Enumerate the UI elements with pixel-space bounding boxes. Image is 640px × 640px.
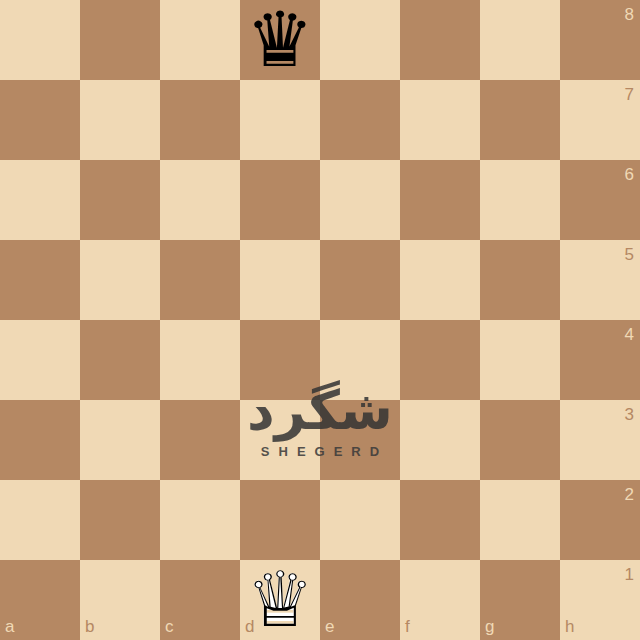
square-b2[interactable] (80, 480, 160, 560)
square-d3[interactable] (240, 400, 320, 480)
square-f2[interactable] (400, 480, 480, 560)
rank-label-4: 4 (625, 326, 634, 343)
square-h5[interactable]: 5 (560, 240, 640, 320)
square-g4[interactable] (480, 320, 560, 400)
square-d2[interactable] (240, 480, 320, 560)
file-label-b: b (85, 618, 94, 635)
square-a2[interactable] (0, 480, 80, 560)
square-h8[interactable]: 8 (560, 0, 640, 80)
square-h3[interactable]: 3 (560, 400, 640, 480)
square-e3[interactable] (320, 400, 400, 480)
file-label-h: h (565, 618, 574, 635)
square-a7[interactable] (0, 80, 80, 160)
square-b8[interactable] (80, 0, 160, 80)
square-a3[interactable] (0, 400, 80, 480)
square-c7[interactable] (160, 80, 240, 160)
square-d1[interactable]: d♛♕ (240, 560, 320, 640)
square-b1[interactable]: b (80, 560, 160, 640)
square-a4[interactable] (0, 320, 80, 400)
file-label-a: a (5, 618, 14, 635)
black-queen-icon[interactable]: ♛ (240, 0, 320, 80)
file-label-c: c (165, 618, 174, 635)
square-a8[interactable] (0, 0, 80, 80)
rank-label-7: 7 (625, 86, 634, 103)
square-g2[interactable] (480, 480, 560, 560)
square-e7[interactable] (320, 80, 400, 160)
square-c6[interactable] (160, 160, 240, 240)
square-f8[interactable] (400, 0, 480, 80)
square-h2[interactable]: 2 (560, 480, 640, 560)
square-d8[interactable]: ♛ (240, 0, 320, 80)
file-label-g: g (485, 618, 494, 635)
square-e2[interactable] (320, 480, 400, 560)
square-f1[interactable]: f (400, 560, 480, 640)
file-label-f: f (405, 618, 410, 635)
square-f7[interactable] (400, 80, 480, 160)
rank-label-8: 8 (625, 6, 634, 23)
square-b4[interactable] (80, 320, 160, 400)
square-d4[interactable] (240, 320, 320, 400)
rank-label-5: 5 (625, 246, 634, 263)
square-g8[interactable] (480, 0, 560, 80)
rank-label-2: 2 (625, 486, 634, 503)
square-d5[interactable] (240, 240, 320, 320)
square-f4[interactable] (400, 320, 480, 400)
rank-label-6: 6 (625, 166, 634, 183)
black-queen-glyph: ♛ (240, 0, 320, 80)
square-e1[interactable]: e (320, 560, 400, 640)
square-a6[interactable] (0, 160, 80, 240)
square-c1[interactable]: c (160, 560, 240, 640)
square-c4[interactable] (160, 320, 240, 400)
square-e4[interactable] (320, 320, 400, 400)
chess-board: شگرد SHEGERD ♛8765432abcd♛♕efgh1 (0, 0, 640, 640)
square-a5[interactable] (0, 240, 80, 320)
square-h7[interactable]: 7 (560, 80, 640, 160)
white-queen-icon[interactable]: ♛♕ (240, 560, 320, 640)
square-b6[interactable] (80, 160, 160, 240)
square-f3[interactable] (400, 400, 480, 480)
square-g3[interactable] (480, 400, 560, 480)
square-b5[interactable] (80, 240, 160, 320)
square-c8[interactable] (160, 0, 240, 80)
square-g7[interactable] (480, 80, 560, 160)
square-g1[interactable]: g (480, 560, 560, 640)
square-g5[interactable] (480, 240, 560, 320)
square-c5[interactable] (160, 240, 240, 320)
square-g6[interactable] (480, 160, 560, 240)
square-h6[interactable]: 6 (560, 160, 640, 240)
square-d6[interactable] (240, 160, 320, 240)
square-b3[interactable] (80, 400, 160, 480)
square-d7[interactable] (240, 80, 320, 160)
square-h1[interactable]: h1 (560, 560, 640, 640)
square-a1[interactable]: a (0, 560, 80, 640)
white-queen-outline-glyph: ♕ (240, 560, 320, 640)
square-f6[interactable] (400, 160, 480, 240)
square-e6[interactable] (320, 160, 400, 240)
square-h4[interactable]: 4 (560, 320, 640, 400)
square-c3[interactable] (160, 400, 240, 480)
file-label-e: e (325, 618, 334, 635)
square-f5[interactable] (400, 240, 480, 320)
square-e8[interactable] (320, 0, 400, 80)
square-e5[interactable] (320, 240, 400, 320)
square-c2[interactable] (160, 480, 240, 560)
square-b7[interactable] (80, 80, 160, 160)
rank-label-3: 3 (625, 406, 634, 423)
rank-label-1: 1 (625, 566, 634, 583)
